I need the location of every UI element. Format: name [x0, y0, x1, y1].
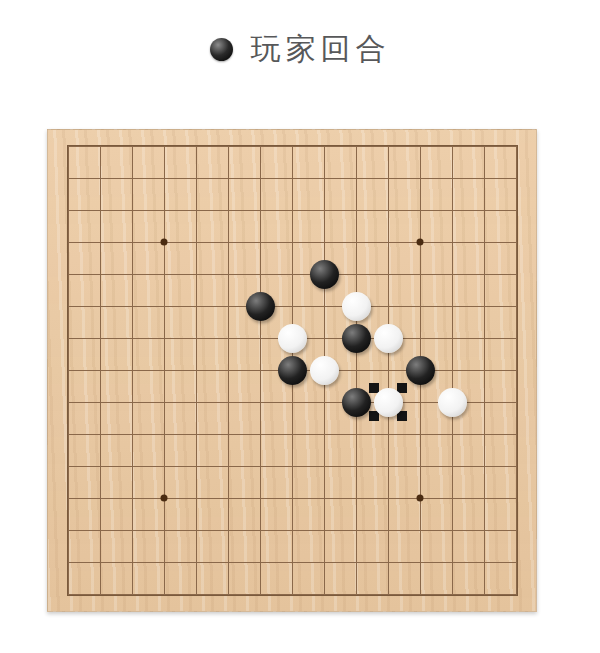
intersection-E5[interactable]: [180, 450, 212, 482]
black-stone: [406, 356, 435, 385]
intersection-H2[interactable]: [276, 546, 308, 578]
intersection-E12[interactable]: [180, 226, 212, 258]
intersection-K6[interactable]: [372, 418, 404, 450]
intersection-O2[interactable]: [500, 546, 532, 578]
intersection-H14[interactable]: [276, 162, 308, 194]
intersection-G6[interactable]: [244, 418, 276, 450]
intersection-B10[interactable]: [84, 290, 116, 322]
intersection-M6[interactable]: [436, 418, 468, 450]
intersection-J13[interactable]: [340, 194, 372, 226]
intersection-H6[interactable]: [276, 418, 308, 450]
intersection-H5[interactable]: [276, 450, 308, 482]
black-stone: [342, 388, 371, 417]
intersection-F9[interactable]: [212, 322, 244, 354]
intersection-C9[interactable]: [116, 322, 148, 354]
intersection-N13[interactable]: [468, 194, 500, 226]
intersection-F1[interactable]: [212, 578, 244, 610]
intersection-E4[interactable]: [180, 482, 212, 514]
intersection-H13[interactable]: [276, 194, 308, 226]
intersection-N3[interactable]: [468, 514, 500, 546]
intersection-D4[interactable]: [148, 482, 180, 514]
intersection-B13[interactable]: [84, 194, 116, 226]
intersection-D14[interactable]: [148, 162, 180, 194]
intersection-M3[interactable]: [436, 514, 468, 546]
intersection-G12[interactable]: [244, 226, 276, 258]
intersection-M13[interactable]: [436, 194, 468, 226]
intersection-J6[interactable]: [340, 418, 372, 450]
intersection-C2[interactable]: [116, 546, 148, 578]
intersection-G4[interactable]: [244, 482, 276, 514]
intersection-M9[interactable]: [436, 322, 468, 354]
intersection-D15[interactable]: [148, 130, 180, 162]
intersection-K15[interactable]: [372, 130, 404, 162]
intersection-B14[interactable]: [84, 162, 116, 194]
intersection-A4[interactable]: [52, 482, 84, 514]
intersection-N8[interactable]: [468, 354, 500, 386]
intersection-C15[interactable]: [116, 130, 148, 162]
intersection-E2[interactable]: [180, 546, 212, 578]
white-stone: [278, 324, 307, 353]
intersection-K1[interactable]: [372, 578, 404, 610]
intersection-M1[interactable]: [436, 578, 468, 610]
intersection-C7[interactable]: [116, 386, 148, 418]
intersection-I1[interactable]: [308, 578, 340, 610]
intersection-N7[interactable]: [468, 386, 500, 418]
intersection-K13[interactable]: [372, 194, 404, 226]
intersection-G5[interactable]: [244, 450, 276, 482]
turn-indicator: 玩家回合: [0, 27, 600, 71]
intersection-B7[interactable]: [84, 386, 116, 418]
intersection-I14[interactable]: [308, 162, 340, 194]
intersection-N9[interactable]: [468, 322, 500, 354]
intersection-H1[interactable]: [276, 578, 308, 610]
intersection-I5[interactable]: [308, 450, 340, 482]
intersection-D8[interactable]: [148, 354, 180, 386]
intersection-L6[interactable]: [404, 418, 436, 450]
intersection-F2[interactable]: [212, 546, 244, 578]
intersection-I12[interactable]: [308, 226, 340, 258]
intersection-E13[interactable]: [180, 194, 212, 226]
intersection-L5[interactable]: [404, 450, 436, 482]
intersection-E8[interactable]: [180, 354, 212, 386]
intersection-I15[interactable]: [308, 130, 340, 162]
intersection-M2[interactable]: [436, 546, 468, 578]
intersection-F6[interactable]: [212, 418, 244, 450]
intersection-L9[interactable]: [404, 322, 436, 354]
intersection-F4[interactable]: [212, 482, 244, 514]
intersection-E7[interactable]: [180, 386, 212, 418]
white-stone: [310, 356, 339, 385]
intersection-I13[interactable]: [308, 194, 340, 226]
intersection-I9[interactable]: [308, 322, 340, 354]
intersection-L1[interactable]: [404, 578, 436, 610]
black-stone: [342, 324, 371, 353]
intersection-F5[interactable]: [212, 450, 244, 482]
intersection-D2[interactable]: [148, 546, 180, 578]
intersection-F10[interactable]: [212, 290, 244, 322]
intersection-J5[interactable]: [340, 450, 372, 482]
intersection-K9[interactable]: [372, 322, 404, 354]
intersection-A9[interactable]: [52, 322, 84, 354]
board-grid: [52, 130, 532, 610]
intersection-K8[interactable]: [372, 354, 404, 386]
intersection-J11[interactable]: [340, 258, 372, 290]
intersection-B11[interactable]: [84, 258, 116, 290]
intersection-G11[interactable]: [244, 258, 276, 290]
intersection-O6[interactable]: [500, 418, 532, 450]
intersection-D3[interactable]: [148, 514, 180, 546]
intersection-N11[interactable]: [468, 258, 500, 290]
intersection-B1[interactable]: [84, 578, 116, 610]
gomoku-app: 玩家回合: [0, 0, 600, 653]
intersection-I6[interactable]: [308, 418, 340, 450]
intersection-L4[interactable]: [404, 482, 436, 514]
intersection-C13[interactable]: [116, 194, 148, 226]
intersection-C11[interactable]: [116, 258, 148, 290]
intersection-G10[interactable]: [244, 290, 276, 322]
intersection-F7[interactable]: [212, 386, 244, 418]
white-stone: [374, 324, 403, 353]
intersection-A11[interactable]: [52, 258, 84, 290]
intersection-N1[interactable]: [468, 578, 500, 610]
intersection-I4[interactable]: [308, 482, 340, 514]
intersection-M7[interactable]: [436, 386, 468, 418]
intersection-D1[interactable]: [148, 578, 180, 610]
intersection-C6[interactable]: [116, 418, 148, 450]
intersection-A5[interactable]: [52, 450, 84, 482]
intersection-O10[interactable]: [500, 290, 532, 322]
intersection-D10[interactable]: [148, 290, 180, 322]
intersection-H7[interactable]: [276, 386, 308, 418]
intersection-L14[interactable]: [404, 162, 436, 194]
intersection-L11[interactable]: [404, 258, 436, 290]
intersection-E10[interactable]: [180, 290, 212, 322]
intersection-H3[interactable]: [276, 514, 308, 546]
intersection-H8[interactable]: [276, 354, 308, 386]
intersection-K2[interactable]: [372, 546, 404, 578]
intersection-F14[interactable]: [212, 162, 244, 194]
star-point: [161, 495, 168, 502]
black-stone: [278, 356, 307, 385]
intersection-J1[interactable]: [340, 578, 372, 610]
intersection-C5[interactable]: [116, 450, 148, 482]
intersection-H12[interactable]: [276, 226, 308, 258]
star-point: [417, 239, 424, 246]
intersection-O13[interactable]: [500, 194, 532, 226]
intersection-D7[interactable]: [148, 386, 180, 418]
intersection-H10[interactable]: [276, 290, 308, 322]
gomoku-board: [47, 129, 537, 612]
intersection-J8[interactable]: [340, 354, 372, 386]
intersection-K14[interactable]: [372, 162, 404, 194]
intersection-J12[interactable]: [340, 226, 372, 258]
intersection-A6[interactable]: [52, 418, 84, 450]
intersection-M10[interactable]: [436, 290, 468, 322]
intersection-J15[interactable]: [340, 130, 372, 162]
intersection-D12[interactable]: [148, 226, 180, 258]
intersection-J14[interactable]: [340, 162, 372, 194]
intersection-E1[interactable]: [180, 578, 212, 610]
intersection-C4[interactable]: [116, 482, 148, 514]
intersection-I7[interactable]: [308, 386, 340, 418]
intersection-L15[interactable]: [404, 130, 436, 162]
intersection-K11[interactable]: [372, 258, 404, 290]
intersection-N4[interactable]: [468, 482, 500, 514]
intersection-H4[interactable]: [276, 482, 308, 514]
black-stone: [310, 260, 339, 289]
intersection-I3[interactable]: [308, 514, 340, 546]
intersection-J7[interactable]: [340, 386, 372, 418]
intersection-L10[interactable]: [404, 290, 436, 322]
intersection-B12[interactable]: [84, 226, 116, 258]
intersection-G8[interactable]: [244, 354, 276, 386]
intersection-B6[interactable]: [84, 418, 116, 450]
intersection-K10[interactable]: [372, 290, 404, 322]
intersection-J4[interactable]: [340, 482, 372, 514]
intersection-B3[interactable]: [84, 514, 116, 546]
intersection-F8[interactable]: [212, 354, 244, 386]
intersection-I8[interactable]: [308, 354, 340, 386]
intersection-E15[interactable]: [180, 130, 212, 162]
intersection-F11[interactable]: [212, 258, 244, 290]
intersection-J9[interactable]: [340, 322, 372, 354]
star-point: [161, 239, 168, 246]
intersection-B9[interactable]: [84, 322, 116, 354]
intersection-C8[interactable]: [116, 354, 148, 386]
star-point: [417, 495, 424, 502]
intersection-L3[interactable]: [404, 514, 436, 546]
intersection-O9[interactable]: [500, 322, 532, 354]
intersection-I11[interactable]: [308, 258, 340, 290]
intersection-L8[interactable]: [404, 354, 436, 386]
intersection-K7[interactable]: [372, 386, 404, 418]
intersection-O5[interactable]: [500, 450, 532, 482]
intersection-D9[interactable]: [148, 322, 180, 354]
intersection-B4[interactable]: [84, 482, 116, 514]
intersection-L2[interactable]: [404, 546, 436, 578]
intersection-M5[interactable]: [436, 450, 468, 482]
intersection-O8[interactable]: [500, 354, 532, 386]
intersection-A1[interactable]: [52, 578, 84, 610]
intersection-M8[interactable]: [436, 354, 468, 386]
intersection-O4[interactable]: [500, 482, 532, 514]
intersection-K4[interactable]: [372, 482, 404, 514]
intersection-L7[interactable]: [404, 386, 436, 418]
intersection-N2[interactable]: [468, 546, 500, 578]
intersection-A13[interactable]: [52, 194, 84, 226]
intersection-A2[interactable]: [52, 546, 84, 578]
intersection-M15[interactable]: [436, 130, 468, 162]
white-stone: [374, 388, 403, 417]
intersection-I2[interactable]: [308, 546, 340, 578]
intersection-E6[interactable]: [180, 418, 212, 450]
intersection-F3[interactable]: [212, 514, 244, 546]
intersection-A14[interactable]: [52, 162, 84, 194]
intersection-D6[interactable]: [148, 418, 180, 450]
intersection-C12[interactable]: [116, 226, 148, 258]
intersection-M11[interactable]: [436, 258, 468, 290]
intersection-J3[interactable]: [340, 514, 372, 546]
intersection-E3[interactable]: [180, 514, 212, 546]
intersection-C1[interactable]: [116, 578, 148, 610]
black-stone-icon: [210, 38, 233, 61]
intersection-D5[interactable]: [148, 450, 180, 482]
intersection-B2[interactable]: [84, 546, 116, 578]
intersection-J10[interactable]: [340, 290, 372, 322]
intersection-B8[interactable]: [84, 354, 116, 386]
intersection-O3[interactable]: [500, 514, 532, 546]
intersection-O1[interactable]: [500, 578, 532, 610]
intersection-E14[interactable]: [180, 162, 212, 194]
intersection-A8[interactable]: [52, 354, 84, 386]
intersection-K5[interactable]: [372, 450, 404, 482]
intersection-F15[interactable]: [212, 130, 244, 162]
intersection-A12[interactable]: [52, 226, 84, 258]
intersection-G3[interactable]: [244, 514, 276, 546]
intersection-G13[interactable]: [244, 194, 276, 226]
intersection-G9[interactable]: [244, 322, 276, 354]
intersection-K3[interactable]: [372, 514, 404, 546]
intersection-B5[interactable]: [84, 450, 116, 482]
intersection-A7[interactable]: [52, 386, 84, 418]
intersection-O15[interactable]: [500, 130, 532, 162]
intersection-N14[interactable]: [468, 162, 500, 194]
intersection-N6[interactable]: [468, 418, 500, 450]
intersection-M12[interactable]: [436, 226, 468, 258]
intersection-E9[interactable]: [180, 322, 212, 354]
intersection-A3[interactable]: [52, 514, 84, 546]
intersection-E11[interactable]: [180, 258, 212, 290]
intersection-N5[interactable]: [468, 450, 500, 482]
intersection-N15[interactable]: [468, 130, 500, 162]
intersection-D13[interactable]: [148, 194, 180, 226]
intersection-O14[interactable]: [500, 162, 532, 194]
intersection-M4[interactable]: [436, 482, 468, 514]
intersection-G1[interactable]: [244, 578, 276, 610]
turn-label: 玩家回合: [251, 27, 391, 71]
intersection-M14[interactable]: [436, 162, 468, 194]
intersection-F13[interactable]: [212, 194, 244, 226]
intersection-G15[interactable]: [244, 130, 276, 162]
white-stone: [438, 388, 467, 417]
intersection-F12[interactable]: [212, 226, 244, 258]
intersection-N10[interactable]: [468, 290, 500, 322]
intersection-B15[interactable]: [84, 130, 116, 162]
intersection-O12[interactable]: [500, 226, 532, 258]
black-stone: [246, 292, 275, 321]
intersection-C10[interactable]: [116, 290, 148, 322]
intersection-L12[interactable]: [404, 226, 436, 258]
intersection-H11[interactable]: [276, 258, 308, 290]
intersection-O7[interactable]: [500, 386, 532, 418]
intersection-N12[interactable]: [468, 226, 500, 258]
intersection-C3[interactable]: [116, 514, 148, 546]
intersection-O11[interactable]: [500, 258, 532, 290]
white-stone: [342, 292, 371, 321]
intersection-C14[interactable]: [116, 162, 148, 194]
intersection-H15[interactable]: [276, 130, 308, 162]
intersection-G7[interactable]: [244, 386, 276, 418]
intersection-J2[interactable]: [340, 546, 372, 578]
intersection-G2[interactable]: [244, 546, 276, 578]
intersection-L13[interactable]: [404, 194, 436, 226]
intersection-A15[interactable]: [52, 130, 84, 162]
intersection-H9[interactable]: [276, 322, 308, 354]
intersection-I10[interactable]: [308, 290, 340, 322]
intersection-K12[interactable]: [372, 226, 404, 258]
intersection-G14[interactable]: [244, 162, 276, 194]
intersection-A10[interactable]: [52, 290, 84, 322]
intersection-D11[interactable]: [148, 258, 180, 290]
